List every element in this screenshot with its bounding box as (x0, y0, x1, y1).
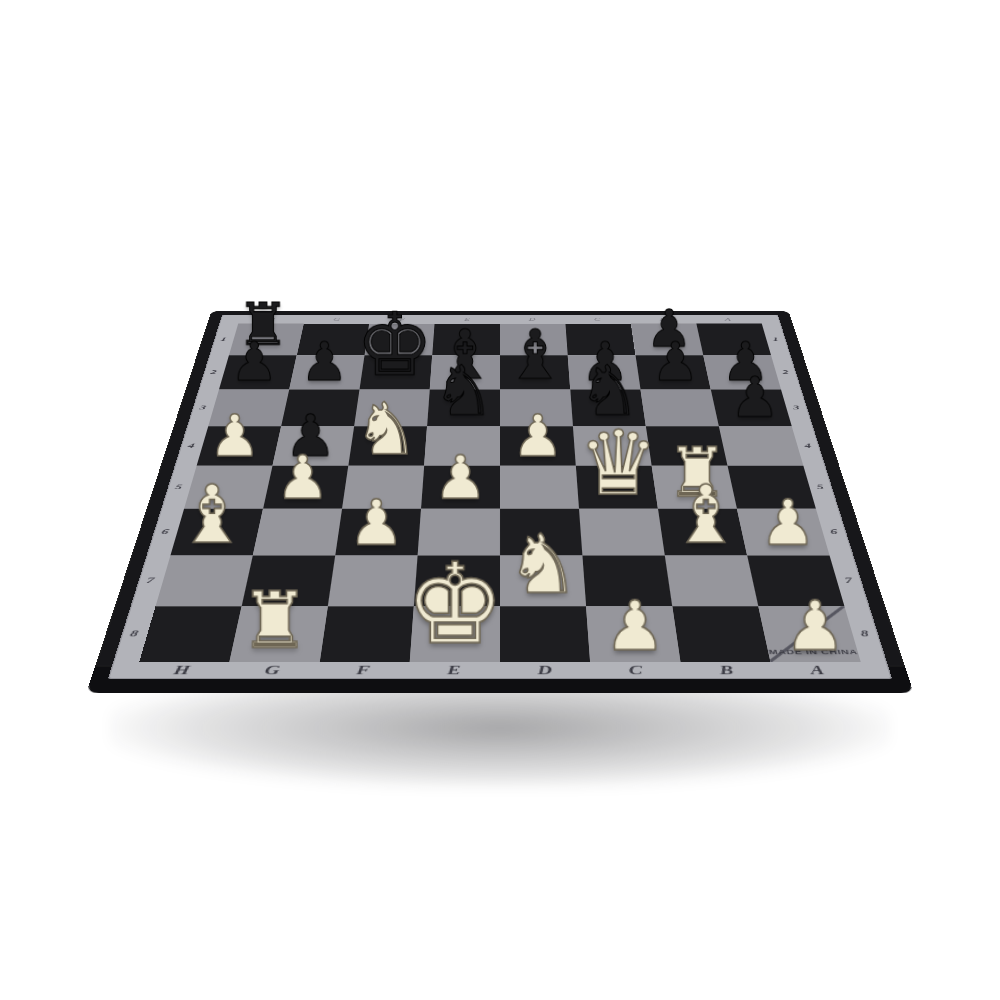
square-a8: MADE IN CHINA♟ (758, 606, 860, 662)
square-g2: ♟ (289, 355, 364, 389)
square-e3: ♞ (427, 389, 500, 426)
square-e8: ♚ (410, 606, 500, 662)
rank-label-left-5: 5 (174, 482, 184, 491)
square-b1: ♟ (631, 324, 703, 356)
rank-label-left-6: 6 (160, 527, 171, 537)
rank-label-right-7: 7 (843, 575, 855, 586)
rank-label-right-1: 1 (772, 336, 781, 343)
square-c7 (582, 555, 672, 606)
square-c4 (573, 426, 652, 466)
square-g3 (281, 389, 359, 426)
square-b8 (672, 606, 770, 662)
square-c5: ♛ (576, 466, 658, 509)
rank-label-left-2: 2 (210, 369, 219, 376)
file-label-bottom-a: A (809, 663, 828, 679)
file-label-bottom-f: F (356, 663, 372, 679)
square-a4 (719, 426, 804, 466)
square-a2: ♟ (703, 355, 781, 389)
square-d6 (500, 509, 582, 556)
square-c3: ♞ (570, 389, 646, 426)
file-label-bottom-c: C (628, 663, 644, 679)
square-b5: ♜ (652, 466, 737, 509)
square-b6: ♝ (658, 509, 747, 556)
square-g7 (242, 555, 336, 606)
square-a3: ♟ (711, 389, 792, 426)
chess-board: ♜♟♟♟♚♝♝♟♟♟♞♞♟♟♟♞♟♟♟♛♜♝♟♝♟♞♜♚♟MADE IN CHI… (86, 311, 913, 694)
file-label-top-d: D (529, 317, 537, 322)
square-g1 (297, 324, 369, 356)
square-c6 (579, 509, 665, 556)
black-pawn: ♟ (646, 303, 692, 355)
square-a1 (696, 324, 771, 356)
file-label-bottom-h: H (172, 663, 193, 679)
square-e7 (414, 555, 500, 606)
rank-label-right-6: 6 (829, 527, 840, 537)
square-e5: ♟ (421, 466, 500, 509)
square-f6: ♟ (335, 509, 421, 556)
rank-label-left-4: 4 (187, 441, 197, 449)
square-e4 (424, 426, 500, 466)
rank-label-left-1: 1 (220, 336, 229, 343)
square-e2: ♝ (430, 355, 500, 389)
rank-label-left-3: 3 (199, 404, 208, 412)
square-d3 (500, 389, 573, 426)
rank-label-left-7: 7 (145, 575, 157, 586)
rank-label-right-3: 3 (792, 404, 801, 412)
square-c8: ♟ (586, 606, 680, 662)
coordinate-strip: ♜♟♟♟♚♝♝♟♟♟♞♞♟♟♟♞♟♟♟♛♜♝♟♝♟♞♜♚♟MADE IN CHI… (108, 315, 892, 679)
board-grid: ♜♟♟♟♚♝♝♟♟♟♞♞♟♟♟♞♟♟♟♛♜♝♟♝♟♞♜♚♟MADE IN CHI… (139, 324, 860, 662)
square-e6 (418, 509, 500, 556)
square-b4 (646, 426, 728, 466)
square-h4: ♟ (197, 426, 282, 466)
board-frame: ♜♟♟♟♚♝♝♟♟♟♞♞♟♟♟♞♟♟♟♛♜♝♟♝♟♞♜♚♟MADE IN CHI… (86, 311, 913, 694)
file-label-bottom-d: D (537, 663, 553, 679)
rank-label-left-8: 8 (129, 628, 141, 640)
square-d2: ♝ (500, 355, 570, 389)
square-d4: ♟ (500, 426, 576, 466)
square-c1 (565, 324, 635, 356)
square-f4: ♞ (348, 426, 427, 466)
square-h2: ♟ (219, 355, 297, 389)
square-g8: ♜ (229, 606, 327, 662)
rank-label-right-8: 8 (859, 628, 871, 640)
square-f1 (364, 324, 434, 356)
file-label-top-a: A (724, 317, 732, 322)
square-f5 (342, 466, 424, 509)
square-a5 (728, 466, 816, 509)
square-d8 (500, 606, 590, 662)
square-e1 (432, 324, 500, 356)
square-a7 (747, 555, 844, 606)
square-b3 (641, 389, 719, 426)
file-label-top-f: F (399, 317, 406, 322)
square-f3 (354, 389, 430, 426)
white-pawn: ♟ (604, 592, 666, 661)
square-f8 (320, 606, 414, 662)
made-in-china-label: MADE IN CHINA (768, 648, 859, 656)
file-label-top-h: H (268, 317, 277, 322)
square-h5 (184, 466, 272, 509)
square-b2: ♟ (636, 355, 711, 389)
square-h6: ♝ (170, 509, 263, 556)
square-h1: ♜ (229, 324, 304, 356)
square-g4: ♟ (272, 426, 354, 466)
file-label-bottom-b: B (718, 663, 736, 679)
square-d1 (500, 324, 568, 356)
square-g5: ♟ (263, 466, 348, 509)
file-label-bottom-g: G (264, 663, 283, 679)
square-a6: ♟ (737, 509, 830, 556)
square-d5 (500, 466, 579, 509)
file-label-bottom-e: E (447, 663, 462, 679)
rank-label-right-5: 5 (816, 482, 826, 491)
square-d7: ♞ (500, 555, 586, 606)
square-h8 (139, 606, 241, 662)
square-g6 (253, 509, 342, 556)
rank-label-right-2: 2 (781, 369, 790, 376)
square-h3 (208, 389, 289, 426)
square-b7 (665, 555, 759, 606)
file-label-top-c: C (594, 317, 602, 322)
file-label-top-e: E (464, 317, 471, 322)
square-h7 (156, 555, 253, 606)
black-rook: ♜ (237, 296, 290, 355)
product-photo-scene: ♜♟♟♟♚♝♝♟♟♟♞♞♟♟♟♞♟♟♟♛♜♝♟♝♟♞♜♚♟MADE IN CHI… (0, 0, 1000, 1000)
square-f7 (328, 555, 418, 606)
file-label-top-g: G (333, 317, 342, 322)
square-f2: ♚ (359, 355, 432, 389)
file-label-top-b: B (659, 317, 667, 322)
square-c2: ♟ (568, 355, 641, 389)
rank-label-right-4: 4 (803, 441, 813, 449)
